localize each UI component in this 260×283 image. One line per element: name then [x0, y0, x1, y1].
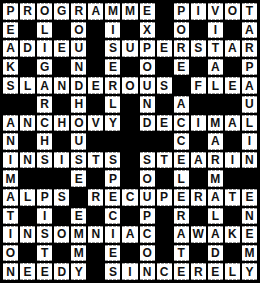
cell-r15c9[interactable]: N: [140, 263, 155, 280]
cell-r9c14[interactable]: I: [225, 152, 240, 169]
cell-r15c11[interactable]: E: [174, 263, 189, 280]
block-r10c14: [225, 170, 240, 187]
cell-r7c15[interactable]: L: [242, 115, 257, 132]
cell-r4c1[interactable]: K: [3, 59, 18, 76]
cell-r11c12[interactable]: R: [191, 189, 206, 206]
cell-r15c15[interactable]: Y: [242, 263, 257, 280]
cell-r4c3[interactable]: G: [37, 59, 52, 76]
cell-r1c7[interactable]: M: [105, 3, 120, 20]
block-r4c10: [157, 59, 172, 76]
cell-r11c7[interactable]: E: [105, 189, 120, 206]
cell-r9c13[interactable]: R: [208, 152, 223, 169]
cell-r2c3[interactable]: L: [37, 22, 52, 39]
cell-r5c8[interactable]: O: [122, 77, 137, 94]
cell-r7c3[interactable]: C: [37, 115, 52, 132]
cell-r15c2[interactable]: E: [20, 263, 35, 280]
cell-r3c10[interactable]: E: [157, 40, 172, 57]
cell-r3c7[interactable]: S: [105, 40, 120, 57]
cell-r3c9[interactable]: P: [140, 40, 155, 57]
cell-r4c9[interactable]: O: [140, 59, 155, 76]
cell-r11c9[interactable]: U: [140, 189, 155, 206]
cell-r6c15[interactable]: U: [242, 96, 257, 113]
cell-r3c8[interactable]: U: [122, 40, 137, 57]
block-r8c12: [191, 133, 206, 150]
cell-r3c14[interactable]: A: [225, 40, 240, 57]
block-r7c8: [122, 115, 137, 132]
cell-r13c12[interactable]: W: [191, 226, 206, 243]
cell-r1c6[interactable]: A: [88, 3, 103, 20]
cell-r6c5[interactable]: H: [71, 96, 86, 113]
cell-r7c12[interactable]: I: [191, 115, 206, 132]
cell-r7c6[interactable]: V: [88, 115, 103, 132]
cell-r9c7[interactable]: S: [105, 152, 120, 169]
cell-r5c7[interactable]: R: [105, 77, 120, 94]
cell-r3c12[interactable]: S: [191, 40, 206, 57]
cell-r3c11[interactable]: R: [174, 40, 189, 57]
cell-r5c10[interactable]: S: [157, 77, 172, 94]
cell-r7c7[interactable]: Y: [105, 115, 120, 132]
block-r9c8: [122, 152, 137, 169]
cell-r14c9[interactable]: O: [140, 245, 155, 262]
block-r10c3: [37, 170, 52, 187]
cell-r14c3[interactable]: T: [37, 245, 52, 262]
cell-r14c13[interactable]: D: [208, 245, 223, 262]
cell-r13c14[interactable]: K: [225, 226, 240, 243]
block-r13c10: [157, 226, 172, 243]
cell-r13c6[interactable]: N: [88, 226, 103, 243]
cell-r11c1[interactable]: A: [3, 189, 18, 206]
cell-r11c8[interactable]: C: [122, 189, 137, 206]
cell-r9c11[interactable]: E: [174, 152, 189, 169]
cell-r8c11[interactable]: C: [174, 133, 189, 150]
block-r8c9: [140, 133, 155, 150]
cell-r11c15[interactable]: E: [242, 189, 257, 206]
cell-r5c1[interactable]: S: [3, 77, 18, 94]
block-r2c10: [157, 22, 172, 39]
cell-r1c9[interactable]: E: [140, 3, 155, 20]
block-r6c13: [208, 96, 223, 113]
block-r12c10: [157, 208, 172, 225]
cell-r12c13[interactable]: L: [208, 208, 223, 225]
block-r2c6: [88, 22, 103, 39]
block-r2c12: [191, 22, 206, 39]
block-r12c6: [88, 208, 103, 225]
cell-r5c13[interactable]: L: [208, 77, 223, 94]
cell-r8c1[interactable]: N: [3, 133, 18, 150]
cell-r10c5[interactable]: E: [71, 170, 86, 187]
cell-r13c7[interactable]: I: [105, 226, 120, 243]
cell-r10c11[interactable]: L: [174, 170, 189, 187]
cell-r9c1[interactable]: I: [3, 152, 18, 169]
block-r14c6: [88, 245, 103, 262]
cell-r10c7[interactable]: P: [105, 170, 120, 187]
cell-r3c15[interactable]: R: [242, 40, 257, 57]
block-r4c8: [122, 59, 137, 76]
block-r6c4: [54, 96, 69, 113]
cell-r8c5[interactable]: U: [71, 133, 86, 150]
block-r10c10: [157, 170, 172, 187]
cell-r5c14[interactable]: E: [225, 77, 240, 94]
cell-r12c11[interactable]: R: [174, 208, 189, 225]
block-r4c4: [54, 59, 69, 76]
cell-r8c15[interactable]: I: [242, 133, 257, 150]
cell-r1c11[interactable]: P: [174, 3, 189, 20]
cell-r15c14[interactable]: L: [225, 263, 240, 280]
cell-r13c11[interactable]: A: [174, 226, 189, 243]
cell-r15c1[interactable]: N: [3, 263, 18, 280]
cell-r11c13[interactable]: A: [208, 189, 223, 206]
block-r4c12: [191, 59, 206, 76]
cell-r5c4[interactable]: N: [54, 77, 69, 94]
cell-r8c13[interactable]: A: [208, 133, 223, 150]
cell-r11c11[interactable]: E: [174, 189, 189, 206]
cell-r15c12[interactable]: R: [191, 263, 206, 280]
crossword-grid: PROGRAMMEPIVOTELOIXOIAADIEUSUPERSTARKGNE…: [0, 0, 260, 283]
block-r10c6: [88, 170, 103, 187]
cell-r5c12[interactable]: F: [191, 77, 206, 94]
cell-r9c2[interactable]: N: [20, 152, 35, 169]
cell-r2c5[interactable]: O: [71, 22, 86, 39]
block-r12c4: [54, 208, 69, 225]
cell-r13c15[interactable]: E: [242, 226, 257, 243]
cell-r10c9[interactable]: O: [140, 170, 155, 187]
block-r6c6: [88, 96, 103, 113]
cell-r1c5[interactable]: R: [71, 3, 86, 20]
cell-r4c5[interactable]: N: [71, 59, 86, 76]
cell-r4c15[interactable]: P: [242, 59, 257, 76]
cell-r7c9[interactable]: D: [140, 115, 155, 132]
block-r10c15: [242, 170, 257, 187]
block-r8c2: [20, 133, 35, 150]
cell-r15c5[interactable]: Y: [71, 263, 86, 280]
cell-r11c3[interactable]: P: [37, 189, 52, 206]
cell-r13c8[interactable]: A: [122, 226, 137, 243]
block-r12c8: [122, 208, 137, 225]
cell-r15c13[interactable]: E: [208, 263, 223, 280]
cell-r5c15[interactable]: A: [242, 77, 257, 94]
cell-r3c4[interactable]: E: [54, 40, 69, 57]
cell-r7c5[interactable]: O: [71, 115, 86, 132]
block-r12c14: [225, 208, 240, 225]
cell-r7c1[interactable]: A: [3, 115, 18, 132]
cell-r5c9[interactable]: U: [140, 77, 155, 94]
cell-r12c1[interactable]: T: [3, 208, 18, 225]
cell-r15c10[interactable]: C: [157, 263, 172, 280]
block-r6c1: [3, 96, 18, 113]
cell-r13c9[interactable]: C: [140, 226, 155, 243]
cell-r3c3[interactable]: I: [37, 40, 52, 57]
cell-r4c11[interactable]: E: [174, 59, 189, 76]
cell-r11c2[interactable]: L: [20, 189, 35, 206]
block-r8c4: [54, 133, 69, 150]
cell-r3c13[interactable]: T: [208, 40, 223, 57]
cell-r11c4[interactable]: S: [54, 189, 69, 206]
cell-r5c5[interactable]: D: [71, 77, 86, 94]
cell-r1c12[interactable]: I: [191, 3, 206, 20]
cell-r3c2[interactable]: D: [20, 40, 35, 57]
block-r4c14: [225, 59, 240, 76]
cell-r7c13[interactable]: M: [208, 115, 223, 132]
cell-r1c13[interactable]: V: [208, 3, 223, 20]
block-r10c12: [191, 170, 206, 187]
cell-r13c3[interactable]: S: [37, 226, 52, 243]
block-r1c10: [157, 3, 172, 20]
block-r5c11: [174, 77, 189, 94]
cell-r9c9[interactable]: S: [140, 152, 155, 169]
cell-r14c11[interactable]: T: [174, 245, 189, 262]
cell-r2c13[interactable]: I: [208, 22, 223, 39]
cell-r1c2[interactable]: R: [20, 3, 35, 20]
block-r6c2: [20, 96, 35, 113]
cell-r14c7[interactable]: E: [105, 245, 120, 262]
block-r6c12: [191, 96, 206, 113]
block-r14c12: [191, 245, 206, 262]
cell-r11c6[interactable]: R: [88, 189, 103, 206]
cell-r7c10[interactable]: E: [157, 115, 172, 132]
cell-r1c14[interactable]: O: [225, 3, 240, 20]
cell-r14c1[interactable]: O: [3, 245, 18, 262]
block-r8c10: [157, 133, 172, 150]
cell-r12c9[interactable]: P: [140, 208, 155, 225]
block-r2c8: [122, 22, 137, 39]
cell-r2c7[interactable]: I: [105, 22, 120, 39]
block-r2c4: [54, 22, 69, 39]
cell-r6c11[interactable]: A: [174, 96, 189, 113]
cell-r7c11[interactable]: C: [174, 115, 189, 132]
block-r15c6: [88, 263, 103, 280]
block-r8c14: [225, 133, 240, 150]
cell-r1c3[interactable]: O: [37, 3, 52, 20]
cell-r7c14[interactable]: A: [225, 115, 240, 132]
cell-r9c12[interactable]: A: [191, 152, 206, 169]
cell-r12c5[interactable]: E: [71, 208, 86, 225]
cell-r1c1[interactable]: P: [3, 3, 18, 20]
cell-r9c15[interactable]: N: [242, 152, 257, 169]
block-r6c8: [122, 96, 137, 113]
cell-r9c3[interactable]: S: [37, 152, 52, 169]
cell-r9c5[interactable]: S: [71, 152, 86, 169]
cell-r5c2[interactable]: L: [20, 77, 35, 94]
block-r14c4: [54, 245, 69, 262]
cell-r8c3[interactable]: H: [37, 133, 52, 150]
block-r14c14: [225, 245, 240, 262]
block-r6c10: [157, 96, 172, 113]
block-r2c2: [20, 22, 35, 39]
cell-r1c8[interactable]: M: [122, 3, 137, 20]
block-r8c7: [105, 133, 120, 150]
block-r12c2: [20, 208, 35, 225]
cell-r13c13[interactable]: A: [208, 226, 223, 243]
cell-r14c5[interactable]: M: [71, 245, 86, 262]
cell-r6c7[interactable]: L: [105, 96, 120, 113]
block-r8c8: [122, 133, 137, 150]
cell-r3c5[interactable]: U: [71, 40, 86, 57]
cell-r2c9[interactable]: X: [140, 22, 155, 39]
cell-r7c4[interactable]: H: [54, 115, 69, 132]
cell-r12c15[interactable]: N: [242, 208, 257, 225]
cell-r5c6[interactable]: E: [88, 77, 103, 94]
cell-r1c15[interactable]: T: [242, 3, 257, 20]
block-r10c8: [122, 170, 137, 187]
cell-r9c10[interactable]: T: [157, 152, 172, 169]
cell-r2c11[interactable]: O: [174, 22, 189, 39]
cell-r9c4[interactable]: I: [54, 152, 69, 169]
cell-r12c3[interactable]: I: [37, 208, 52, 225]
block-r14c10: [157, 245, 172, 262]
cell-r4c7[interactable]: E: [105, 59, 120, 76]
block-r3c6: [88, 40, 103, 57]
cell-r15c3[interactable]: E: [37, 263, 52, 280]
cell-r14c15[interactable]: M: [242, 245, 257, 262]
cell-r15c4[interactable]: D: [54, 263, 69, 280]
cell-r13c1[interactable]: I: [3, 226, 18, 243]
block-r4c6: [88, 59, 103, 76]
cell-r11c14[interactable]: T: [225, 189, 240, 206]
cell-r6c3[interactable]: R: [37, 96, 52, 113]
cell-r2c15[interactable]: A: [242, 22, 257, 39]
cell-r11c10[interactable]: P: [157, 189, 172, 206]
cell-r1c4[interactable]: G: [54, 3, 69, 20]
cell-r7c2[interactable]: N: [20, 115, 35, 132]
block-r8c6: [88, 133, 103, 150]
block-r14c2: [20, 245, 35, 262]
cell-r12c7[interactable]: C: [105, 208, 120, 225]
cell-r6c9[interactable]: N: [140, 96, 155, 113]
block-r4c2: [20, 59, 35, 76]
cell-r13c2[interactable]: N: [20, 226, 35, 243]
cell-r2c1[interactable]: E: [3, 22, 18, 39]
block-r12c12: [191, 208, 206, 225]
cell-r10c1[interactable]: M: [3, 170, 18, 187]
block-r2c14: [225, 22, 240, 39]
block-r11c5: [71, 189, 86, 206]
cell-r4c13[interactable]: A: [208, 59, 223, 76]
cell-r9c6[interactable]: T: [88, 152, 103, 169]
cell-r3c1[interactable]: A: [3, 40, 18, 57]
cell-r10c13[interactable]: M: [208, 170, 223, 187]
cell-r15c7[interactable]: S: [105, 263, 120, 280]
cell-r15c8[interactable]: I: [122, 263, 137, 280]
cell-r5c3[interactable]: A: [37, 77, 52, 94]
block-r10c2: [20, 170, 35, 187]
cell-r13c4[interactable]: O: [54, 226, 69, 243]
cell-r13c5[interactable]: M: [71, 226, 86, 243]
block-r14c8: [122, 245, 137, 262]
block-r6c14: [225, 96, 240, 113]
block-r10c4: [54, 170, 69, 187]
